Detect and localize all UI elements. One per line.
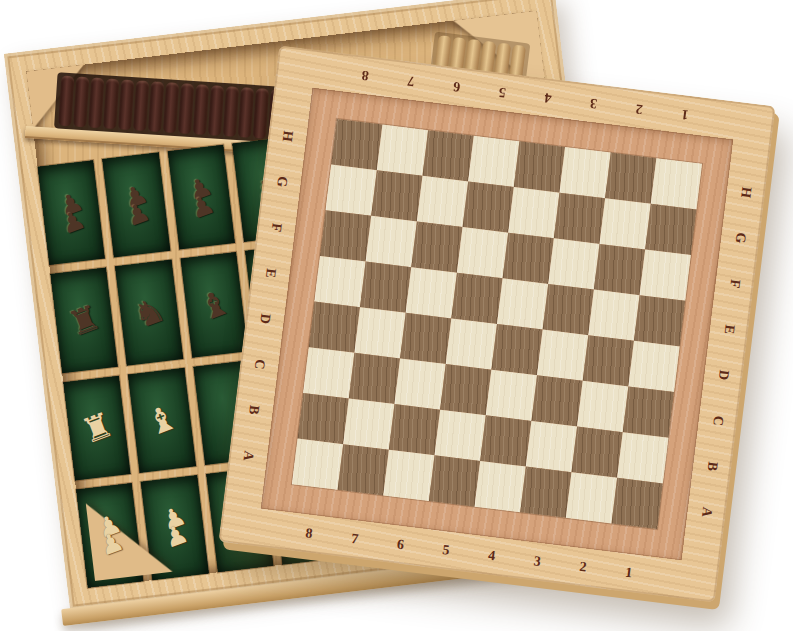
square-a3	[520, 467, 571, 518]
file-label-1: 1	[604, 551, 654, 594]
square-b1	[617, 432, 668, 483]
rank-label-f: F	[251, 206, 301, 249]
square-h3	[559, 147, 610, 198]
rank-label-b: B	[229, 388, 279, 431]
file-label-4: 4	[467, 534, 517, 577]
rank-label-c: C	[693, 399, 743, 442]
square-h7	[377, 125, 428, 176]
compartment-r3c2: ♝	[128, 367, 196, 472]
light-bishop: ♝	[142, 399, 183, 442]
rank-label-e: E	[245, 251, 295, 294]
square-f6	[411, 221, 462, 272]
square-a2	[566, 472, 617, 523]
rank-label-d: D	[698, 353, 748, 396]
file-label-5: 5	[421, 529, 471, 572]
square-g6	[417, 176, 468, 227]
compartment-r2c1: ♜	[50, 268, 118, 373]
square-g5	[463, 181, 514, 232]
file-label-5: 5	[477, 70, 527, 113]
square-h1	[651, 158, 702, 209]
square-a4	[475, 461, 526, 512]
square-d3	[537, 330, 588, 381]
square-d1	[628, 341, 679, 392]
file-label-2: 2	[558, 546, 608, 589]
square-e5	[451, 273, 502, 324]
square-e1	[634, 295, 685, 346]
compartment-r1c1: ♟♟	[38, 160, 106, 265]
rank-label-a: A	[223, 434, 273, 477]
board-grid	[292, 119, 702, 529]
square-e3	[543, 284, 594, 335]
file-label-4: 4	[523, 76, 573, 119]
file-label-8: 8	[284, 512, 334, 555]
square-d6	[400, 313, 451, 364]
square-g8	[326, 165, 377, 216]
square-e2	[588, 290, 639, 341]
square-a7	[338, 444, 389, 495]
square-f8	[320, 210, 371, 261]
square-f1	[640, 250, 691, 301]
square-g2	[600, 198, 651, 249]
square-c5	[440, 364, 491, 415]
square-g3	[554, 193, 605, 244]
rank-label-d: D	[240, 297, 290, 340]
square-g7	[371, 170, 422, 221]
file-label-1: 1	[660, 93, 710, 136]
square-f5	[457, 227, 508, 278]
square-g1	[645, 204, 696, 255]
file-label-3: 3	[512, 540, 562, 583]
square-f7	[366, 216, 417, 267]
rank-label-c: C	[234, 343, 284, 386]
square-h5	[468, 136, 519, 187]
dark-checker-disc	[193, 84, 209, 135]
square-b6	[389, 404, 440, 455]
rank-label-a: A	[682, 490, 732, 533]
square-h4	[514, 141, 565, 192]
square-h6	[423, 130, 474, 181]
dark-checker-disc	[223, 86, 239, 137]
compartment-r1c3: ♟♟	[167, 145, 235, 250]
dark-checker-disc	[73, 76, 89, 127]
compartment-r1c2: ♟♟	[103, 152, 171, 257]
file-label-2: 2	[614, 87, 664, 130]
square-d7	[354, 307, 405, 358]
rank-label-g: G	[257, 160, 307, 203]
chess-board: 87654321 87654321 HGFEDCBA HGFEDCBA	[218, 45, 775, 602]
board-inner-border	[261, 88, 734, 561]
file-label-3: 3	[568, 81, 618, 124]
square-f2	[594, 244, 645, 295]
file-label-7: 7	[330, 518, 380, 561]
file-label-7: 7	[386, 59, 436, 102]
square-c8	[303, 347, 354, 398]
square-a8	[292, 439, 343, 490]
square-d5	[446, 318, 497, 369]
square-a6	[383, 450, 434, 501]
square-b2	[571, 427, 622, 478]
dark-checker-disc	[118, 79, 134, 130]
square-e4	[497, 278, 548, 329]
rank-label-h: H	[262, 114, 312, 157]
light-rook: ♜	[77, 406, 118, 449]
dark-rook: ♜	[64, 299, 105, 342]
dark-checker-disc	[163, 82, 179, 133]
square-a5	[429, 455, 480, 506]
square-e7	[360, 262, 411, 313]
compartment-r2c3: ♝	[180, 252, 248, 357]
square-h8	[331, 119, 382, 170]
square-e8	[314, 256, 365, 307]
square-b8	[298, 393, 349, 444]
square-g4	[508, 187, 559, 238]
square-b3	[526, 421, 577, 472]
square-c6	[394, 358, 445, 409]
square-d4	[491, 324, 542, 375]
dark-checker-disc	[208, 85, 224, 136]
square-a1	[612, 478, 663, 529]
rank-label-g: G	[715, 216, 765, 259]
square-f4	[503, 233, 554, 284]
square-f3	[548, 238, 599, 289]
file-label-6: 6	[375, 523, 425, 566]
square-b4	[480, 415, 531, 466]
square-b7	[343, 398, 394, 449]
dark-checker-disc	[58, 75, 74, 126]
chess-set-photo: ♟♟♟♟♟♟♟♜♞♝♜♝♟♟♟♟♟ 87654321 87654321 HGFE…	[0, 0, 793, 631]
square-b5	[435, 410, 486, 461]
compartment-r2c2: ♞	[115, 260, 183, 365]
square-c3	[531, 375, 582, 426]
file-label-8: 8	[340, 53, 390, 96]
square-d8	[309, 302, 360, 353]
dark-checker-disc	[88, 77, 104, 128]
square-c4	[486, 370, 537, 421]
dark-knight: ♞	[129, 291, 170, 334]
dark-bishop: ♝	[194, 283, 235, 326]
square-c1	[623, 386, 674, 437]
rank-label-f: F	[710, 262, 760, 305]
square-e6	[406, 267, 457, 318]
dark-checker-disc	[148, 81, 164, 132]
compartment-r3c1: ♜	[63, 375, 131, 480]
dark-checker-disc	[178, 83, 194, 134]
rank-label-b: B	[687, 445, 737, 488]
dark-checker-disc	[133, 80, 149, 131]
rank-label-e: E	[704, 308, 754, 351]
square-c2	[577, 381, 628, 432]
square-d2	[583, 335, 634, 386]
square-c7	[349, 353, 400, 404]
square-h2	[605, 153, 656, 204]
rank-label-h: H	[721, 171, 771, 214]
dark-checker-disc	[103, 78, 119, 129]
file-label-6: 6	[432, 65, 482, 108]
dark-checker-disc	[238, 87, 254, 138]
